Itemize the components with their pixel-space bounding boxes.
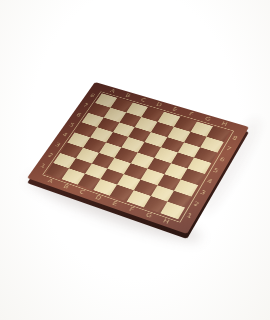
product-photo-canvas: ABCDEFGH ABCDEFGH 87654321 87654321 bbox=[0, 0, 270, 320]
board-grid bbox=[46, 93, 230, 219]
chessboard-photo: ABCDEFGH ABCDEFGH 87654321 87654321 bbox=[0, 0, 270, 320]
chess-board: ABCDEFGH ABCDEFGH 87654321 87654321 bbox=[27, 82, 249, 234]
